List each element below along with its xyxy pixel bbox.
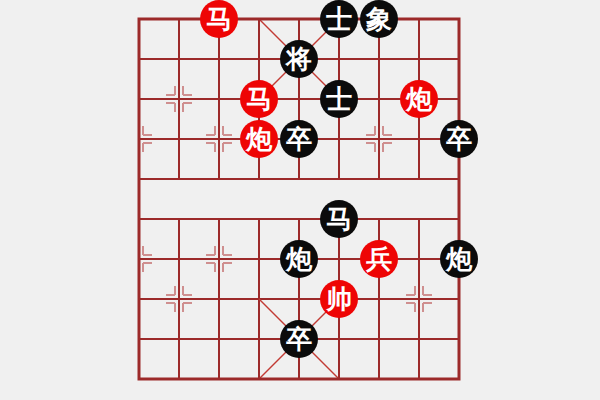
piece-black-soldier[interactable]: 卒 <box>440 120 478 158</box>
piece-black-cannon[interactable]: 炮 <box>280 240 318 278</box>
piece-black-elephant[interactable]: 象 <box>360 0 398 38</box>
piece-red-general[interactable]: 帅 <box>320 280 358 318</box>
piece-black-general[interactable]: 将 <box>280 40 318 78</box>
xiangqi-diagram: 马士象将马士炮炮卒卒马炮兵炮帅卒 <box>0 0 600 400</box>
piece-black-advisor[interactable]: 士 <box>320 80 358 118</box>
piece-red-soldier[interactable]: 兵 <box>360 240 398 278</box>
piece-black-soldier[interactable]: 卒 <box>280 120 318 158</box>
piece-black-horse[interactable]: 马 <box>320 200 358 238</box>
piece-red-horse[interactable]: 马 <box>240 80 278 118</box>
piece-red-cannon[interactable]: 炮 <box>240 120 278 158</box>
piece-red-horse[interactable]: 马 <box>200 0 238 38</box>
piece-red-cannon[interactable]: 炮 <box>400 80 438 118</box>
piece-black-soldier[interactable]: 卒 <box>280 320 318 358</box>
xiangqi-board-grid[interactable]: 马士象将马士炮炮卒卒马炮兵炮帅卒 <box>119 0 479 399</box>
piece-black-cannon[interactable]: 炮 <box>440 240 478 278</box>
piece-black-advisor[interactable]: 士 <box>320 0 358 38</box>
